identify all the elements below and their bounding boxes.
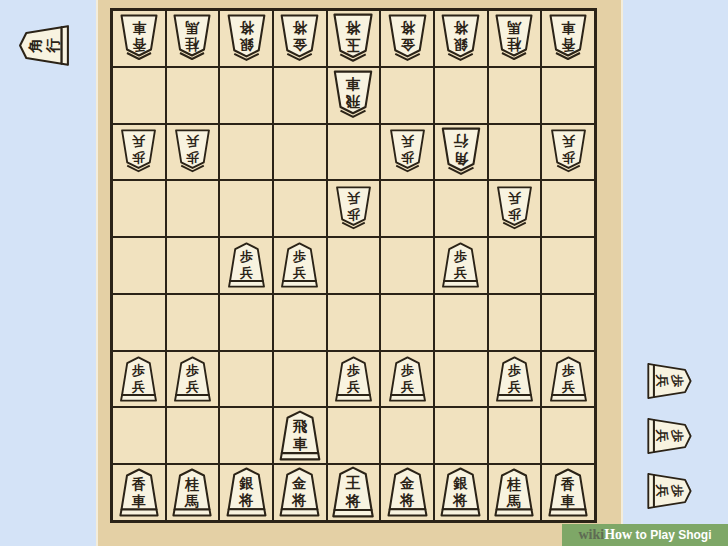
square-2e[interactable]	[489, 238, 541, 293]
piece-pawn-gote[interactable]: 歩兵	[387, 128, 428, 175]
square-5b[interactable]: 飛車	[328, 68, 380, 123]
svg-text:将: 将	[346, 19, 362, 36]
svg-text:車: 車	[132, 20, 147, 36]
svg-text:兵: 兵	[239, 265, 253, 280]
svg-text:歩: 歩	[453, 249, 467, 264]
svg-text:将: 将	[345, 492, 361, 509]
svg-text:角: 角	[26, 38, 43, 54]
square-5h[interactable]	[328, 408, 380, 463]
square-1f[interactable]	[542, 295, 594, 350]
piece-bishop-sente[interactable]: 角行	[19, 24, 71, 68]
square-3e[interactable]: 歩兵	[435, 238, 487, 293]
svg-text:香: 香	[560, 475, 575, 491]
piece-pawn-sente[interactable]: 歩兵	[118, 356, 159, 403]
svg-text:歩: 歩	[670, 429, 685, 443]
shogi-board: 香車桂馬銀将金将玉将金将銀将桂馬香車飛車歩兵歩兵歩兵角行歩兵歩兵歩兵歩兵歩兵歩兵…	[110, 8, 597, 523]
hand-sente-pawn-1[interactable]: 歩兵	[646, 361, 692, 401]
svg-text:歩: 歩	[185, 363, 199, 378]
svg-text:兵: 兵	[508, 192, 522, 207]
svg-text:兵: 兵	[131, 379, 145, 394]
svg-text:王: 王	[346, 474, 361, 491]
svg-text:歩: 歩	[239, 249, 253, 264]
square-6g[interactable]	[274, 352, 326, 407]
svg-text:香: 香	[132, 37, 147, 53]
svg-text:金: 金	[399, 37, 415, 53]
square-3h[interactable]	[435, 408, 487, 463]
square-8f[interactable]	[167, 295, 219, 350]
square-1g[interactable]: 歩兵	[542, 352, 594, 407]
piece-king-sente[interactable]: 王将	[330, 466, 376, 519]
svg-text:兵: 兵	[655, 484, 670, 498]
square-7a[interactable]: 銀将	[220, 11, 272, 66]
piece-knight-gote[interactable]: 桂馬	[493, 13, 535, 63]
svg-text:歩: 歩	[186, 150, 200, 165]
piece-silver-gote[interactable]: 銀将	[225, 13, 268, 64]
square-9c[interactable]: 歩兵	[113, 125, 165, 180]
watermark-bar: wikiHow to Play Shogi	[562, 524, 728, 546]
square-9f[interactable]	[113, 295, 165, 350]
svg-text:将: 将	[400, 20, 415, 36]
piece-pawn-gote[interactable]: 歩兵	[494, 185, 535, 232]
square-9b[interactable]	[113, 68, 165, 123]
piece-gold-sente[interactable]: 金将	[278, 467, 321, 518]
square-7e[interactable]: 歩兵	[220, 238, 272, 293]
watermark-wiki: wiki	[578, 527, 604, 543]
svg-text:歩: 歩	[562, 150, 576, 165]
piece-lance-gote[interactable]: 香車	[118, 13, 160, 63]
square-5a[interactable]: 玉将	[328, 11, 380, 66]
svg-text:将: 将	[399, 492, 414, 508]
svg-text:桂: 桂	[185, 37, 200, 53]
piece-pawn-gote[interactable]: 歩兵	[118, 128, 159, 175]
square-6d[interactable]	[274, 181, 326, 236]
svg-text:馬: 馬	[184, 492, 199, 508]
svg-text:将: 将	[293, 20, 308, 36]
svg-text:兵: 兵	[185, 379, 199, 394]
square-9e[interactable]	[113, 238, 165, 293]
piece-pawn-sente[interactable]: 歩兵	[440, 242, 481, 289]
piece-pawn-sente[interactable]: 歩兵	[548, 356, 589, 403]
square-5c[interactable]	[328, 125, 380, 180]
svg-text:車: 車	[560, 492, 575, 508]
svg-text:桂: 桂	[506, 475, 521, 491]
square-2c[interactable]	[489, 125, 541, 180]
piece-pawn-sente[interactable]: 歩兵	[646, 471, 692, 511]
square-3a[interactable]: 銀将	[435, 11, 487, 66]
piece-pawn-gote[interactable]: 歩兵	[548, 128, 589, 175]
piece-knight-gote[interactable]: 桂馬	[171, 13, 213, 63]
square-5f[interactable]	[328, 295, 380, 350]
square-2a[interactable]: 桂馬	[489, 11, 541, 66]
square-2i[interactable]: 桂馬	[489, 465, 541, 520]
svg-text:兵: 兵	[347, 192, 361, 207]
svg-text:金: 金	[292, 475, 308, 491]
board-panel: 香車桂馬銀将金将玉将金将銀将桂馬香車飛車歩兵歩兵歩兵角行歩兵歩兵歩兵歩兵歩兵歩兵…	[96, 0, 623, 546]
svg-text:香: 香	[131, 475, 146, 491]
square-1i[interactable]: 香車	[542, 465, 594, 520]
piece-pawn-gote[interactable]: 歩兵	[333, 185, 374, 232]
svg-text:歩: 歩	[401, 150, 415, 165]
svg-text:兵: 兵	[400, 379, 414, 394]
square-6f[interactable]	[274, 295, 326, 350]
svg-text:飛: 飛	[292, 417, 308, 434]
svg-text:兵: 兵	[401, 135, 415, 150]
svg-text:兵: 兵	[132, 135, 146, 150]
square-3g[interactable]	[435, 352, 487, 407]
svg-text:馬: 馬	[507, 20, 522, 36]
svg-text:玉: 玉	[346, 37, 361, 54]
svg-text:歩: 歩	[670, 484, 685, 498]
piece-pawn-sente[interactable]: 歩兵	[279, 242, 320, 289]
square-2g[interactable]: 歩兵	[489, 352, 541, 407]
square-2d[interactable]: 歩兵	[489, 181, 541, 236]
piece-lance-gote[interactable]: 香車	[547, 13, 589, 63]
svg-text:将: 将	[239, 20, 254, 36]
square-9d[interactable]	[113, 181, 165, 236]
square-5e[interactable]	[328, 238, 380, 293]
piece-pawn-sente[interactable]: 歩兵	[172, 356, 213, 403]
svg-text:歩: 歩	[508, 207, 522, 222]
piece-lance-sente[interactable]: 香車	[547, 468, 589, 518]
square-2h[interactable]	[489, 408, 541, 463]
hand-sente-pawn-2[interactable]: 歩兵	[646, 416, 692, 456]
svg-text:将: 将	[292, 492, 307, 508]
square-8a[interactable]: 桂馬	[167, 11, 219, 66]
square-1c[interactable]: 歩兵	[542, 125, 594, 180]
svg-text:銀: 銀	[238, 475, 254, 491]
hand-sente-pawn-3[interactable]: 歩兵	[646, 471, 692, 511]
square-9a[interactable]: 香車	[113, 11, 165, 66]
svg-text:銀: 銀	[453, 37, 469, 53]
piece-rook-gote[interactable]: 飛車	[331, 69, 375, 121]
svg-text:車: 車	[346, 77, 361, 94]
square-8c[interactable]: 歩兵	[167, 125, 219, 180]
square-6a[interactable]: 金将	[274, 11, 326, 66]
svg-text:桂: 桂	[184, 475, 199, 491]
square-4b[interactable]	[381, 68, 433, 123]
watermark-tagline: to Play Shogi	[632, 528, 711, 542]
square-6b[interactable]	[274, 68, 326, 123]
square-4d[interactable]	[381, 181, 433, 236]
square-7b[interactable]	[220, 68, 272, 123]
square-1e[interactable]	[542, 238, 594, 293]
svg-text:将: 将	[454, 20, 469, 36]
piece-pawn-sente[interactable]: 歩兵	[387, 356, 428, 403]
square-4i[interactable]: 金将	[381, 465, 433, 520]
square-5g[interactable]: 歩兵	[328, 352, 380, 407]
square-7f[interactable]	[220, 295, 272, 350]
svg-text:兵: 兵	[655, 429, 670, 443]
svg-text:歩: 歩	[347, 207, 361, 222]
svg-text:車: 車	[293, 435, 308, 452]
svg-text:歩: 歩	[292, 249, 306, 264]
square-7c[interactable]	[220, 125, 272, 180]
square-4f[interactable]	[381, 295, 433, 350]
square-8i[interactable]: 桂馬	[167, 465, 219, 520]
square-3i[interactable]: 銀将	[435, 465, 487, 520]
square-3b[interactable]	[435, 68, 487, 123]
square-8g[interactable]: 歩兵	[167, 352, 219, 407]
square-3f[interactable]	[435, 295, 487, 350]
svg-text:兵: 兵	[292, 265, 306, 280]
svg-text:香: 香	[561, 37, 576, 53]
piece-rook-sente[interactable]: 飛車	[278, 410, 322, 462]
square-6e[interactable]: 歩兵	[274, 238, 326, 293]
svg-text:兵: 兵	[346, 379, 360, 394]
svg-text:歩: 歩	[561, 363, 575, 378]
svg-text:銀: 銀	[238, 37, 254, 53]
svg-text:兵: 兵	[186, 135, 200, 150]
square-7d[interactable]	[220, 181, 272, 236]
square-8h[interactable]	[167, 408, 219, 463]
hand-sente-stack: 歩兵歩兵歩兵	[649, 358, 689, 514]
svg-text:行: 行	[44, 38, 61, 54]
svg-text:馬: 馬	[506, 492, 521, 508]
svg-text:歩: 歩	[131, 363, 145, 378]
square-8d[interactable]	[167, 181, 219, 236]
svg-text:車: 車	[131, 492, 146, 508]
page: 角行 香車桂馬銀将金将玉将金将銀将桂馬香車飛車歩兵歩兵歩兵角行歩兵歩兵歩兵歩兵歩…	[0, 0, 728, 546]
svg-text:兵: 兵	[453, 265, 467, 280]
piece-gold-sente[interactable]: 金将	[386, 467, 429, 518]
square-3c[interactable]: 角行	[435, 125, 487, 180]
square-3d[interactable]	[435, 181, 487, 236]
piece-silver-sente[interactable]: 銀将	[439, 467, 482, 518]
svg-text:行: 行	[453, 133, 469, 150]
piece-knight-sente[interactable]: 桂馬	[171, 468, 213, 518]
square-7h[interactable]	[220, 408, 272, 463]
svg-text:歩: 歩	[346, 363, 360, 378]
square-1b[interactable]	[542, 68, 594, 123]
piece-knight-sente[interactable]: 桂馬	[493, 468, 535, 518]
piece-pawn-sente[interactable]: 歩兵	[226, 242, 267, 289]
square-6c[interactable]	[274, 125, 326, 180]
svg-text:兵: 兵	[655, 374, 670, 388]
piece-gold-gote[interactable]: 金将	[386, 13, 429, 64]
piece-pawn-sente[interactable]: 歩兵	[333, 356, 374, 403]
svg-text:将: 将	[453, 492, 468, 508]
square-5d[interactable]: 歩兵	[328, 181, 380, 236]
square-1h[interactable]	[542, 408, 594, 463]
square-5i[interactable]: 王将	[328, 465, 380, 520]
square-2f[interactable]	[489, 295, 541, 350]
square-7g[interactable]	[220, 352, 272, 407]
svg-text:金: 金	[292, 37, 308, 53]
piece-silver-gote[interactable]: 銀将	[439, 13, 482, 64]
svg-text:歩: 歩	[132, 150, 146, 165]
svg-text:歩: 歩	[400, 363, 414, 378]
square-6i[interactable]: 金将	[274, 465, 326, 520]
square-4c[interactable]: 歩兵	[381, 125, 433, 180]
svg-text:兵: 兵	[561, 379, 575, 394]
svg-text:銀: 銀	[453, 475, 469, 491]
svg-text:角: 角	[454, 150, 470, 167]
svg-text:兵: 兵	[562, 135, 576, 150]
piece-gold-gote[interactable]: 金将	[278, 13, 321, 64]
square-9h[interactable]	[113, 408, 165, 463]
svg-text:金: 金	[399, 475, 415, 491]
square-8e[interactable]	[167, 238, 219, 293]
square-1d[interactable]	[542, 181, 594, 236]
square-4g[interactable]: 歩兵	[381, 352, 433, 407]
watermark-how: How	[604, 527, 632, 543]
square-9g[interactable]: 歩兵	[113, 352, 165, 407]
piece-pawn-sente[interactable]: 歩兵	[646, 361, 692, 401]
square-2b[interactable]	[489, 68, 541, 123]
svg-text:馬: 馬	[185, 20, 200, 36]
square-6h[interactable]: 飛車	[274, 408, 326, 463]
piece-lance-sente[interactable]: 香車	[118, 468, 160, 518]
square-8b[interactable]	[167, 68, 219, 123]
square-4a[interactable]: 金将	[381, 11, 433, 66]
piece-pawn-sente[interactable]: 歩兵	[494, 356, 535, 403]
piece-bishop-gote[interactable]: 角行	[439, 126, 483, 178]
svg-text:車: 車	[561, 20, 576, 36]
piece-pawn-sente[interactable]: 歩兵	[646, 416, 692, 456]
square-1a[interactable]: 香車	[542, 11, 594, 66]
square-4e[interactable]	[381, 238, 433, 293]
square-7i[interactable]: 銀将	[220, 465, 272, 520]
hand-gote-bishop[interactable]: 角行	[19, 25, 71, 68]
svg-text:歩: 歩	[670, 374, 685, 388]
svg-text:桂: 桂	[507, 37, 522, 53]
svg-text:兵: 兵	[507, 379, 521, 394]
piece-pawn-gote[interactable]: 歩兵	[172, 128, 213, 175]
svg-text:将: 将	[238, 492, 253, 508]
square-9i[interactable]: 香車	[113, 465, 165, 520]
svg-text:歩: 歩	[507, 363, 521, 378]
piece-silver-sente[interactable]: 銀将	[225, 467, 268, 518]
piece-king-gote[interactable]: 玉将	[330, 12, 376, 65]
svg-text:飛: 飛	[346, 94, 362, 111]
square-4h[interactable]	[381, 408, 433, 463]
